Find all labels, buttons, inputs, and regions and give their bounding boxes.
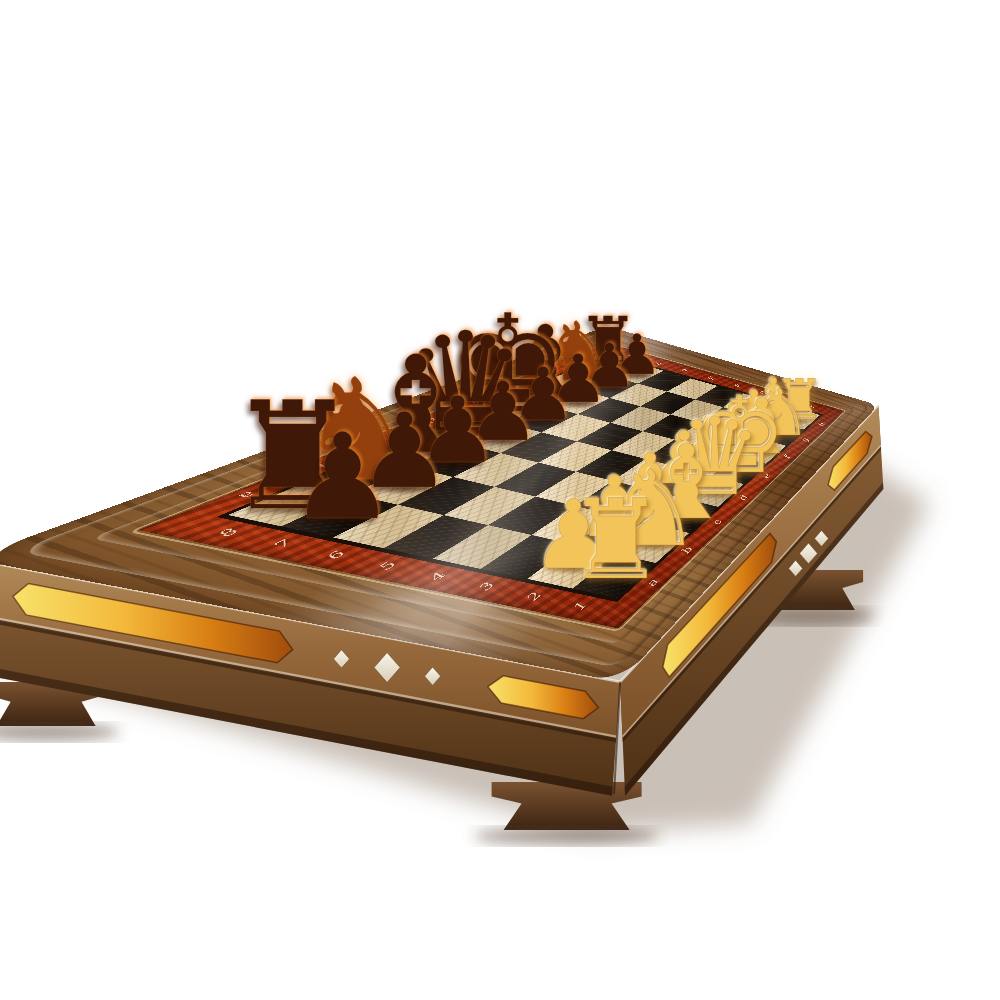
foot-shadow bbox=[0, 723, 119, 741]
chess-set-photo: aa11bb22cc33dd44ee55ff66gg77hh88 ♜♞♝♛♚♝♞… bbox=[0, 0, 1000, 1000]
foot-shadow bbox=[474, 827, 660, 845]
piece-white-rook-a1[interactable]: ♜ bbox=[567, 485, 666, 595]
piece-black-pawn-a7[interactable]: ♟ bbox=[289, 418, 396, 537]
